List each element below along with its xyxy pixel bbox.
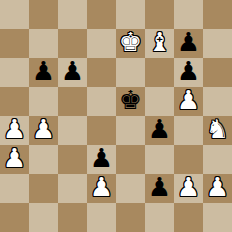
square-g6[interactable]: ♟ bbox=[174, 58, 203, 87]
square-h4[interactable]: ♞ bbox=[203, 116, 232, 145]
square-e4[interactable] bbox=[116, 116, 145, 145]
square-b4[interactable]: ♟ bbox=[29, 116, 58, 145]
square-e1[interactable] bbox=[116, 203, 145, 232]
white-pawn[interactable]: ♟ bbox=[90, 173, 113, 202]
black-king[interactable]: ♚ bbox=[119, 86, 142, 115]
square-g1[interactable] bbox=[174, 203, 203, 232]
square-e7[interactable]: ♚ bbox=[116, 29, 145, 58]
white-pawn[interactable]: ♟ bbox=[206, 173, 229, 202]
square-f7[interactable]: ♝ bbox=[145, 29, 174, 58]
square-c4[interactable] bbox=[58, 116, 87, 145]
square-h5[interactable] bbox=[203, 87, 232, 116]
square-a4[interactable]: ♟ bbox=[0, 116, 29, 145]
square-g5[interactable]: ♟ bbox=[174, 87, 203, 116]
square-e3[interactable] bbox=[116, 145, 145, 174]
black-pawn[interactable]: ♟ bbox=[148, 173, 171, 202]
square-e6[interactable] bbox=[116, 58, 145, 87]
square-a5[interactable] bbox=[0, 87, 29, 116]
square-a7[interactable] bbox=[0, 29, 29, 58]
black-pawn[interactable]: ♟ bbox=[177, 57, 200, 86]
square-c7[interactable] bbox=[58, 29, 87, 58]
square-f4[interactable]: ♟ bbox=[145, 116, 174, 145]
square-g7[interactable]: ♟ bbox=[174, 29, 203, 58]
square-c8[interactable] bbox=[58, 0, 87, 29]
square-a6[interactable] bbox=[0, 58, 29, 87]
square-h2[interactable]: ♟ bbox=[203, 174, 232, 203]
square-a3[interactable]: ♟ bbox=[0, 145, 29, 174]
square-d6[interactable] bbox=[87, 58, 116, 87]
square-f5[interactable] bbox=[145, 87, 174, 116]
square-c6[interactable]: ♟ bbox=[58, 58, 87, 87]
square-h6[interactable] bbox=[203, 58, 232, 87]
square-d1[interactable] bbox=[87, 203, 116, 232]
black-pawn[interactable]: ♟ bbox=[177, 28, 200, 57]
square-b2[interactable] bbox=[29, 174, 58, 203]
white-pawn[interactable]: ♟ bbox=[3, 115, 26, 144]
black-pawn[interactable]: ♟ bbox=[32, 57, 55, 86]
square-d7[interactable] bbox=[87, 29, 116, 58]
white-pawn[interactable]: ♟ bbox=[177, 86, 200, 115]
square-b1[interactable] bbox=[29, 203, 58, 232]
square-b6[interactable]: ♟ bbox=[29, 58, 58, 87]
white-knight[interactable]: ♞ bbox=[206, 115, 229, 144]
square-a1[interactable] bbox=[0, 203, 29, 232]
square-a2[interactable] bbox=[0, 174, 29, 203]
square-h1[interactable] bbox=[203, 203, 232, 232]
white-bishop[interactable]: ♝ bbox=[148, 28, 171, 57]
square-g8[interactable] bbox=[174, 0, 203, 29]
square-h7[interactable] bbox=[203, 29, 232, 58]
square-f6[interactable] bbox=[145, 58, 174, 87]
square-f2[interactable]: ♟ bbox=[145, 174, 174, 203]
square-a8[interactable] bbox=[0, 0, 29, 29]
square-g4[interactable] bbox=[174, 116, 203, 145]
square-c5[interactable] bbox=[58, 87, 87, 116]
white-pawn[interactable]: ♟ bbox=[32, 115, 55, 144]
square-d8[interactable] bbox=[87, 0, 116, 29]
black-pawn[interactable]: ♟ bbox=[61, 57, 84, 86]
square-f8[interactable] bbox=[145, 0, 174, 29]
square-c1[interactable] bbox=[58, 203, 87, 232]
chess-board: ♚♝♟♟♟♟♚♟♟♟♟♞♟♟♟♟♟♟ bbox=[0, 0, 232, 232]
white-king[interactable]: ♚ bbox=[119, 28, 142, 57]
square-d5[interactable] bbox=[87, 87, 116, 116]
white-pawn[interactable]: ♟ bbox=[3, 144, 26, 173]
square-c3[interactable] bbox=[58, 145, 87, 174]
square-c2[interactable] bbox=[58, 174, 87, 203]
square-d2[interactable]: ♟ bbox=[87, 174, 116, 203]
square-f3[interactable] bbox=[145, 145, 174, 174]
square-g3[interactable] bbox=[174, 145, 203, 174]
square-d3[interactable]: ♟ bbox=[87, 145, 116, 174]
square-b3[interactable] bbox=[29, 145, 58, 174]
square-d4[interactable] bbox=[87, 116, 116, 145]
square-e8[interactable] bbox=[116, 0, 145, 29]
square-f1[interactable] bbox=[145, 203, 174, 232]
black-pawn[interactable]: ♟ bbox=[148, 115, 171, 144]
black-pawn[interactable]: ♟ bbox=[90, 144, 113, 173]
square-b7[interactable] bbox=[29, 29, 58, 58]
square-h8[interactable] bbox=[203, 0, 232, 29]
square-b5[interactable] bbox=[29, 87, 58, 116]
square-e5[interactable]: ♚ bbox=[116, 87, 145, 116]
square-g2[interactable]: ♟ bbox=[174, 174, 203, 203]
square-e2[interactable] bbox=[116, 174, 145, 203]
square-b8[interactable] bbox=[29, 0, 58, 29]
square-h3[interactable] bbox=[203, 145, 232, 174]
white-pawn[interactable]: ♟ bbox=[177, 173, 200, 202]
